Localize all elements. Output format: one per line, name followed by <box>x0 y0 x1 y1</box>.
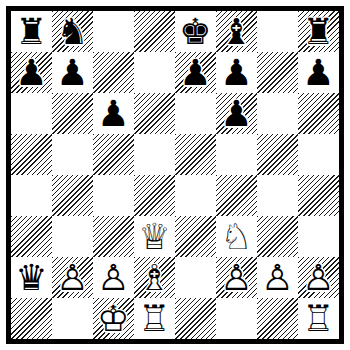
square-e7[interactable]: ♟♟ <box>175 52 216 93</box>
piece-glyph: ♙ <box>93 257 134 298</box>
square-g7[interactable] <box>257 52 298 93</box>
square-c2[interactable]: ♟♙ <box>93 257 134 298</box>
piece-white-rook[interactable]: ♜♖ <box>134 298 175 339</box>
square-c6[interactable]: ♟♟ <box>93 93 134 134</box>
square-g8[interactable] <box>257 11 298 52</box>
piece-black-pawn[interactable]: ♟♟ <box>216 93 257 134</box>
square-e8[interactable]: ♚♚ <box>175 11 216 52</box>
piece-glyph: ♟ <box>216 93 257 134</box>
piece-glyph: ♖ <box>134 298 175 339</box>
piece-black-queen[interactable]: ♛♛ <box>11 257 52 298</box>
square-d8[interactable] <box>134 11 175 52</box>
square-a6[interactable] <box>11 93 52 134</box>
square-a4[interactable] <box>11 175 52 216</box>
square-h4[interactable] <box>298 175 339 216</box>
piece-glyph: ♙ <box>298 257 339 298</box>
square-b6[interactable] <box>52 93 93 134</box>
piece-black-knight[interactable]: ♞♞ <box>52 11 93 52</box>
square-a1[interactable] <box>11 298 52 339</box>
square-a2[interactable]: ♛♛ <box>11 257 52 298</box>
piece-glyph: ♟ <box>216 52 257 93</box>
square-h1[interactable]: ♜♖ <box>298 298 339 339</box>
square-f1[interactable] <box>216 298 257 339</box>
chess-board: ♜♜♞♞♚♚♝♝♜♜♟♟♟♟♟♟♟♟♟♟♟♟♟♟♛♕♞♘♛♛♟♙♟♙♝♗♟♙♟♙… <box>6 6 344 344</box>
piece-glyph: ♚ <box>175 11 216 52</box>
piece-black-rook[interactable]: ♜♜ <box>298 11 339 52</box>
square-d2[interactable]: ♝♗ <box>134 257 175 298</box>
square-a5[interactable] <box>11 134 52 175</box>
square-d7[interactable] <box>134 52 175 93</box>
square-f4[interactable] <box>216 175 257 216</box>
square-f6[interactable]: ♟♟ <box>216 93 257 134</box>
square-g5[interactable] <box>257 134 298 175</box>
square-e4[interactable] <box>175 175 216 216</box>
square-g4[interactable] <box>257 175 298 216</box>
piece-white-queen[interactable]: ♛♕ <box>134 216 175 257</box>
square-a3[interactable] <box>11 216 52 257</box>
square-e3[interactable] <box>175 216 216 257</box>
square-b5[interactable] <box>52 134 93 175</box>
square-e6[interactable] <box>175 93 216 134</box>
piece-white-knight[interactable]: ♞♘ <box>216 216 257 257</box>
square-e2[interactable] <box>175 257 216 298</box>
square-d4[interactable] <box>134 175 175 216</box>
square-b7[interactable]: ♟♟ <box>52 52 93 93</box>
square-c5[interactable] <box>93 134 134 175</box>
piece-black-pawn[interactable]: ♟♟ <box>11 52 52 93</box>
square-f8[interactable]: ♝♝ <box>216 11 257 52</box>
piece-white-pawn[interactable]: ♟♙ <box>93 257 134 298</box>
square-c7[interactable] <box>93 52 134 93</box>
piece-glyph: ♖ <box>298 298 339 339</box>
piece-glyph: ♙ <box>52 257 93 298</box>
piece-white-pawn[interactable]: ♟♙ <box>298 257 339 298</box>
piece-white-pawn[interactable]: ♟♙ <box>52 257 93 298</box>
square-b1[interactable] <box>52 298 93 339</box>
piece-white-king[interactable]: ♚♔ <box>93 298 134 339</box>
square-d3[interactable]: ♛♕ <box>134 216 175 257</box>
piece-black-pawn[interactable]: ♟♟ <box>175 52 216 93</box>
piece-glyph: ♛ <box>11 257 52 298</box>
piece-black-rook[interactable]: ♜♜ <box>11 11 52 52</box>
square-g2[interactable]: ♟♙ <box>257 257 298 298</box>
piece-glyph: ♙ <box>257 257 298 298</box>
piece-glyph: ♔ <box>93 298 134 339</box>
piece-glyph: ♟ <box>52 52 93 93</box>
piece-glyph: ♙ <box>216 257 257 298</box>
piece-white-bishop[interactable]: ♝♗ <box>134 257 175 298</box>
square-b8[interactable]: ♞♞ <box>52 11 93 52</box>
square-g1[interactable] <box>257 298 298 339</box>
piece-glyph: ♗ <box>134 257 175 298</box>
piece-white-pawn[interactable]: ♟♙ <box>257 257 298 298</box>
square-e1[interactable] <box>175 298 216 339</box>
piece-black-pawn[interactable]: ♟♟ <box>216 52 257 93</box>
square-c3[interactable] <box>93 216 134 257</box>
piece-black-pawn[interactable]: ♟♟ <box>52 52 93 93</box>
piece-glyph: ♘ <box>216 216 257 257</box>
square-d5[interactable] <box>134 134 175 175</box>
piece-glyph: ♟ <box>93 93 134 134</box>
square-f2[interactable]: ♟♙ <box>216 257 257 298</box>
square-h7[interactable]: ♟♟ <box>298 52 339 93</box>
square-a7[interactable]: ♟♟ <box>11 52 52 93</box>
piece-glyph: ♟ <box>11 52 52 93</box>
square-d6[interactable] <box>134 93 175 134</box>
piece-glyph: ♜ <box>298 11 339 52</box>
square-h5[interactable] <box>298 134 339 175</box>
square-g6[interactable] <box>257 93 298 134</box>
square-f5[interactable] <box>216 134 257 175</box>
piece-glyph: ♜ <box>11 11 52 52</box>
square-b3[interactable] <box>52 216 93 257</box>
square-e5[interactable] <box>175 134 216 175</box>
square-c1[interactable]: ♚♔ <box>93 298 134 339</box>
square-b4[interactable] <box>52 175 93 216</box>
square-b2[interactable]: ♟♙ <box>52 257 93 298</box>
chess-diagram-page: ♜♜♞♞♚♚♝♝♜♜♟♟♟♟♟♟♟♟♟♟♟♟♟♟♛♕♞♘♛♛♟♙♟♙♝♗♟♙♟♙… <box>0 0 350 350</box>
piece-glyph: ♕ <box>134 216 175 257</box>
square-d1[interactable]: ♜♖ <box>134 298 175 339</box>
piece-black-king[interactable]: ♚♚ <box>175 11 216 52</box>
piece-glyph: ♝ <box>216 11 257 52</box>
square-h6[interactable] <box>298 93 339 134</box>
square-h2[interactable]: ♟♙ <box>298 257 339 298</box>
square-g3[interactable] <box>257 216 298 257</box>
square-c4[interactable] <box>93 175 134 216</box>
square-h8[interactable]: ♜♜ <box>298 11 339 52</box>
piece-glyph: ♟ <box>175 52 216 93</box>
square-a8[interactable]: ♜♜ <box>11 11 52 52</box>
square-h3[interactable] <box>298 216 339 257</box>
piece-black-bishop[interactable]: ♝♝ <box>216 11 257 52</box>
piece-white-pawn[interactable]: ♟♙ <box>216 257 257 298</box>
piece-glyph: ♞ <box>52 11 93 52</box>
piece-glyph: ♟ <box>298 52 339 93</box>
piece-black-pawn[interactable]: ♟♟ <box>298 52 339 93</box>
piece-black-pawn[interactable]: ♟♟ <box>93 93 134 134</box>
square-f3[interactable]: ♞♘ <box>216 216 257 257</box>
square-f7[interactable]: ♟♟ <box>216 52 257 93</box>
piece-white-rook[interactable]: ♜♖ <box>298 298 339 339</box>
square-c8[interactable] <box>93 11 134 52</box>
